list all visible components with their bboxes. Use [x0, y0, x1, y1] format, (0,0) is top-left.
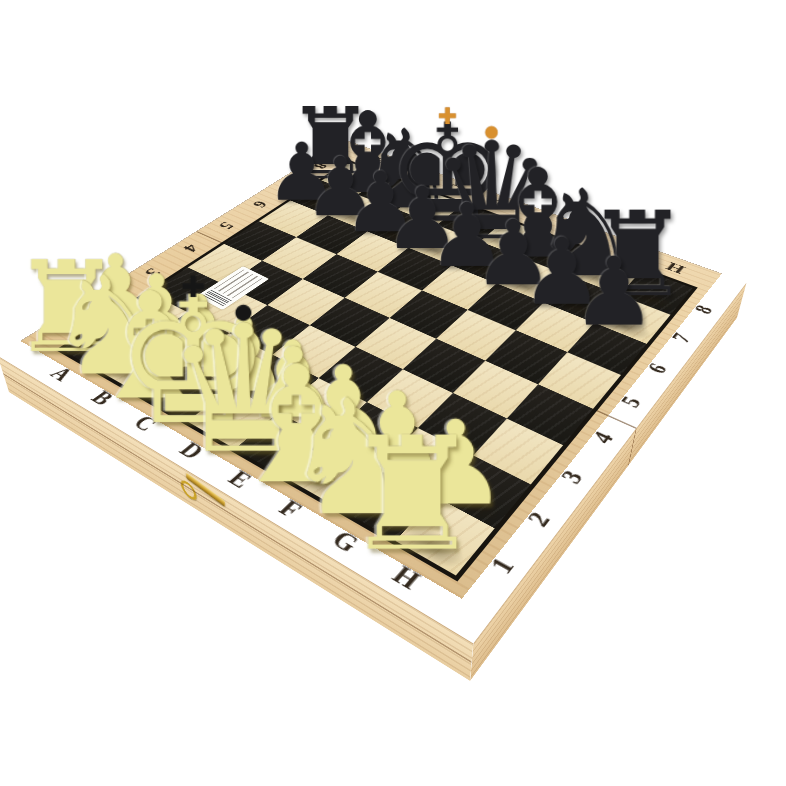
coord-label-5: 5 — [215, 220, 237, 231]
coord-label-G: G — [327, 527, 363, 557]
fold-seam — [595, 409, 637, 429]
coord-label-E: E — [526, 212, 548, 225]
squares-grid: ♜♝♞♚✚♛●♝♞♜♟♟♟♟♟♟♟♟♟♟♟♟♟♟♟♟♜♞♝♚✚♛●♝♞♜ — [62, 162, 693, 575]
coord-label-6: 6 — [249, 199, 270, 209]
black-queen-finial-icon: ● — [484, 123, 498, 139]
coord-label-5: 5 — [617, 393, 646, 410]
coord-label-C: C — [129, 412, 162, 435]
coord-label-8: 8 — [691, 303, 717, 317]
board-frame: ♜♝♞♚✚♛●♝♞♜♟♟♟♟♟♟♟♟♟♟♟♟♟♟♟♟♜♞♝♚✚♛●♝♞♜ — [56, 160, 698, 582]
fold-seam — [196, 231, 223, 243]
coord-label-B: B — [405, 169, 426, 180]
chess-box: ABCDEFGH ABCDEFGH 87654321 87654321 ♜♝♞♚… — [0, 140, 746, 644]
coord-label-3: 3 — [557, 467, 588, 487]
coord-label-A: A — [46, 364, 77, 384]
coord-label-B: B — [87, 388, 118, 409]
coord-label-F: F — [569, 227, 590, 240]
coord-label-7: 7 — [668, 331, 695, 346]
coord-label-H: H — [388, 562, 425, 594]
square-a5 — [224, 221, 296, 260]
coord-label-D: D — [175, 439, 208, 463]
coord-label-F: F — [274, 496, 306, 522]
coord-label-3: 3 — [141, 266, 164, 278]
coord-label-6: 6 — [643, 361, 671, 377]
coord-label-H: H — [663, 260, 688, 276]
coord-label-G: G — [613, 243, 637, 258]
coord-label-4: 4 — [180, 242, 203, 254]
coord-label-2: 2 — [522, 508, 555, 530]
product-photo: ABCDEFGH ABCDEFGH 87654321 87654321 ♜♝♞♚… — [0, 0, 786, 786]
coord-label-A: A — [368, 156, 390, 167]
white-rook: ♜ — [11, 244, 124, 370]
coord-label-4: 4 — [588, 428, 618, 447]
black-king-finial-icon: ✚ — [438, 106, 457, 129]
white-pawn: ♟ — [74, 243, 159, 337]
board-top-face: ABCDEFGH ABCDEFGH 87654321 87654321 ♜♝♞♚… — [0, 140, 746, 644]
coord-label-C: C — [443, 182, 465, 194]
coord-label-D: D — [484, 197, 506, 210]
coord-label-E: E — [223, 467, 256, 492]
black-knight: ♞ — [533, 173, 641, 293]
coord-label-1: 1 — [485, 554, 519, 578]
